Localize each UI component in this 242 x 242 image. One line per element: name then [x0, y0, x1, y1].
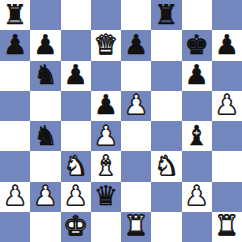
chess-board-container: ♜♜♟♟♛♟♚♟♞♟♟♟♟♟♞♟♝♞♝♞♟♟♟♛♟♚♜♜: [0, 0, 242, 242]
square-e1[interactable]: ♜: [121, 212, 151, 242]
square-h5[interactable]: ♟: [212, 91, 242, 121]
square-d1[interactable]: [91, 212, 121, 242]
square-f5[interactable]: [151, 91, 181, 121]
square-c3[interactable]: ♞: [61, 151, 91, 181]
white-queen-d7[interactable]: ♛: [94, 31, 118, 58]
square-b6[interactable]: ♞: [30, 61, 60, 91]
black-knight-b6[interactable]: ♞: [33, 61, 57, 88]
square-d3[interactable]: ♝: [91, 151, 121, 181]
black-knight-b4[interactable]: ♞: [33, 122, 57, 149]
square-d7[interactable]: ♛: [91, 30, 121, 60]
square-d4[interactable]: ♟: [91, 121, 121, 151]
white-pawn-h5[interactable]: ♟: [215, 91, 239, 118]
square-c2[interactable]: ♟: [61, 182, 91, 212]
square-c5[interactable]: [61, 91, 91, 121]
square-f7[interactable]: [151, 30, 181, 60]
square-a7[interactable]: ♟: [0, 30, 30, 60]
square-d8[interactable]: [91, 0, 121, 30]
square-h3[interactable]: [212, 151, 242, 181]
white-pawn-a2[interactable]: ♟: [3, 182, 27, 209]
square-e8[interactable]: [121, 0, 151, 30]
square-h4[interactable]: [212, 121, 242, 151]
square-g1[interactable]: [182, 212, 212, 242]
black-rook-a8[interactable]: ♜: [3, 1, 27, 28]
square-a1[interactable]: [0, 212, 30, 242]
square-g5[interactable]: [182, 91, 212, 121]
square-e7[interactable]: ♟: [121, 30, 151, 60]
white-king-c1[interactable]: ♚: [64, 212, 88, 239]
square-b2[interactable]: ♟: [30, 182, 60, 212]
square-b8[interactable]: [30, 0, 60, 30]
black-pawn-d5[interactable]: ♟: [94, 91, 118, 118]
square-h2[interactable]: [212, 182, 242, 212]
square-f2[interactable]: [151, 182, 181, 212]
square-b3[interactable]: [30, 151, 60, 181]
square-g2[interactable]: ♟: [182, 182, 212, 212]
square-f3[interactable]: ♞: [151, 151, 181, 181]
black-pawn-h7[interactable]: ♟: [215, 31, 239, 58]
square-e5[interactable]: ♟: [121, 91, 151, 121]
square-a6[interactable]: [0, 61, 30, 91]
square-h8[interactable]: [212, 0, 242, 30]
white-bishop-d3[interactable]: ♝: [94, 152, 118, 179]
square-c6[interactable]: ♟: [61, 61, 91, 91]
square-g4[interactable]: ♝: [182, 121, 212, 151]
square-c8[interactable]: [61, 0, 91, 30]
white-pawn-b2[interactable]: ♟: [33, 182, 57, 209]
square-d2[interactable]: ♛: [91, 182, 121, 212]
square-c4[interactable]: [61, 121, 91, 151]
square-b1[interactable]: [30, 212, 60, 242]
square-h1[interactable]: ♜: [212, 212, 242, 242]
black-pawn-b7[interactable]: ♟: [33, 31, 57, 58]
square-e3[interactable]: [121, 151, 151, 181]
square-a8[interactable]: ♜: [0, 0, 30, 30]
black-bishop-g4[interactable]: ♝: [185, 122, 209, 149]
black-pawn-a7[interactable]: ♟: [3, 31, 27, 58]
square-b4[interactable]: ♞: [30, 121, 60, 151]
black-pawn-g6[interactable]: ♟: [185, 61, 209, 88]
square-g3[interactable]: [182, 151, 212, 181]
black-queen-d2[interactable]: ♛: [94, 182, 118, 209]
white-rook-e1[interactable]: ♜: [124, 212, 148, 239]
square-b5[interactable]: [30, 91, 60, 121]
black-king-g7[interactable]: ♚: [185, 31, 209, 58]
white-knight-c3[interactable]: ♞: [64, 152, 88, 179]
square-e2[interactable]: [121, 182, 151, 212]
square-a3[interactable]: [0, 151, 30, 181]
square-a5[interactable]: [0, 91, 30, 121]
square-a4[interactable]: [0, 121, 30, 151]
white-pawn-g2[interactable]: ♟: [185, 182, 209, 209]
black-rook-f8[interactable]: ♜: [154, 1, 178, 28]
square-d6[interactable]: [91, 61, 121, 91]
square-c1[interactable]: ♚: [61, 212, 91, 242]
white-rook-h1[interactable]: ♜: [215, 212, 239, 239]
white-pawn-e5[interactable]: ♟: [124, 91, 148, 118]
black-pawn-c6[interactable]: ♟: [64, 61, 88, 88]
black-pawn-e7[interactable]: ♟: [124, 31, 148, 58]
square-a2[interactable]: ♟: [0, 182, 30, 212]
square-g7[interactable]: ♚: [182, 30, 212, 60]
white-pawn-c2[interactable]: ♟: [64, 182, 88, 209]
square-e6[interactable]: [121, 61, 151, 91]
square-d5[interactable]: ♟: [91, 91, 121, 121]
square-g8[interactable]: [182, 0, 212, 30]
square-f4[interactable]: [151, 121, 181, 151]
white-pawn-d4[interactable]: ♟: [94, 122, 118, 149]
chess-board: ♜♜♟♟♛♟♚♟♞♟♟♟♟♟♞♟♝♞♝♞♟♟♟♛♟♚♜♜: [0, 0, 242, 242]
square-e4[interactable]: [121, 121, 151, 151]
square-h7[interactable]: ♟: [212, 30, 242, 60]
square-g6[interactable]: ♟: [182, 61, 212, 91]
square-f8[interactable]: ♜: [151, 0, 181, 30]
white-knight-f3[interactable]: ♞: [154, 152, 178, 179]
square-f6[interactable]: [151, 61, 181, 91]
square-b7[interactable]: ♟: [30, 30, 60, 60]
square-c7[interactable]: [61, 30, 91, 60]
square-h6[interactable]: [212, 61, 242, 91]
square-f1[interactable]: [151, 212, 181, 242]
